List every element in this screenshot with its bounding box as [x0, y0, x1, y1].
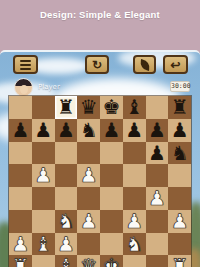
square-e5[interactable]: [100, 164, 123, 187]
square-e2[interactable]: [100, 233, 123, 256]
square-a5[interactable]: [9, 164, 32, 187]
theme-button[interactable]: [133, 55, 156, 74]
square-a3[interactable]: [9, 210, 32, 233]
square-g2[interactable]: [146, 233, 169, 256]
square-f1[interactable]: [123, 255, 146, 267]
piece-white-pawn: ♟: [125, 210, 143, 233]
square-d7[interactable]: ♞: [77, 119, 100, 142]
square-b7[interactable]: ♟: [32, 119, 55, 142]
piece-black-knight: ♞: [80, 119, 98, 142]
piece-black-pawn: ♟: [34, 119, 52, 142]
piece-white-queen: ♛: [80, 255, 98, 267]
menu-button[interactable]: [13, 55, 38, 74]
chess-app-screen: ↻ ↩ Player 30:00 ♜♛♚♝♜♟♟♟♞♟♟♟♟♟♞♟♟♟♞♟♟♟♟…: [0, 50, 200, 267]
square-a4[interactable]: [9, 187, 32, 210]
chess-board: ♜♛♚♝♜♟♟♟♞♟♟♟♟♟♞♟♟♟♞♟♟♟♟♝♟♞♜♝♛♚♜: [9, 96, 191, 267]
square-c1[interactable]: ♝: [55, 255, 78, 267]
square-e4[interactable]: [100, 187, 123, 210]
square-b1[interactable]: [32, 255, 55, 267]
square-g6[interactable]: ♟: [146, 142, 169, 165]
square-h5[interactable]: [168, 164, 191, 187]
refresh-icon: ↻: [92, 59, 102, 71]
piece-black-knight: ♞: [171, 142, 189, 165]
banner-title: Design: Simple & Elegant: [0, 9, 200, 20]
piece-white-rook: ♜: [171, 255, 189, 267]
square-d4[interactable]: [77, 187, 100, 210]
square-e1[interactable]: ♚: [100, 255, 123, 267]
square-g4[interactable]: ♟: [146, 187, 169, 210]
square-h2[interactable]: [168, 233, 191, 256]
piece-white-rook: ♜: [11, 255, 29, 267]
square-b2[interactable]: ♝: [32, 233, 55, 256]
square-h8[interactable]: ♜: [168, 96, 191, 119]
piece-white-knight: ♞: [57, 210, 75, 233]
square-b5[interactable]: ♟: [32, 164, 55, 187]
piece-black-pawn: ♟: [11, 119, 29, 142]
square-a1[interactable]: ♜: [9, 255, 32, 267]
piece-white-bishop: ♝: [57, 255, 75, 267]
square-f8[interactable]: ♝: [123, 96, 146, 119]
undo-arrow-icon: ↩: [170, 59, 180, 71]
marketing-banner: Design: Simple & Elegant: [0, 0, 200, 50]
piece-white-bishop: ♝: [34, 233, 52, 256]
player-name: Player: [38, 83, 60, 91]
square-d3[interactable]: ♟: [77, 210, 100, 233]
square-g1[interactable]: [146, 255, 169, 267]
piece-white-pawn: ♟: [80, 164, 98, 187]
square-g3[interactable]: [146, 210, 169, 233]
square-c3[interactable]: ♞: [55, 210, 78, 233]
square-c6[interactable]: [55, 142, 78, 165]
square-b8[interactable]: [32, 96, 55, 119]
piece-white-pawn: ♟: [148, 187, 166, 210]
square-a7[interactable]: ♟: [9, 119, 32, 142]
square-h6[interactable]: ♞: [168, 142, 191, 165]
piece-black-bishop: ♝: [125, 96, 143, 119]
piece-black-pawn: ♟: [125, 119, 143, 142]
square-d2[interactable]: [77, 233, 100, 256]
square-e3[interactable]: [100, 210, 123, 233]
square-h1[interactable]: ♜: [168, 255, 191, 267]
square-g8[interactable]: [146, 96, 169, 119]
square-a8[interactable]: [9, 96, 32, 119]
piece-white-pawn: ♟: [57, 233, 75, 256]
square-e7[interactable]: ♟: [100, 119, 123, 142]
game-clock: 30:00: [170, 81, 190, 92]
square-c2[interactable]: ♟: [55, 233, 78, 256]
square-c8[interactable]: ♜: [55, 96, 78, 119]
leaf-icon: [139, 59, 151, 71]
square-f7[interactable]: ♟: [123, 119, 146, 142]
piece-white-pawn: ♟: [80, 210, 98, 233]
square-h3[interactable]: ♟: [168, 210, 191, 233]
square-h7[interactable]: ♟: [168, 119, 191, 142]
square-f6[interactable]: [123, 142, 146, 165]
piece-white-king: ♚: [102, 255, 120, 267]
piece-black-king: ♚: [102, 96, 120, 119]
square-f3[interactable]: ♟: [123, 210, 146, 233]
square-d5[interactable]: ♟: [77, 164, 100, 187]
piece-black-pawn: ♟: [148, 142, 166, 165]
app-store-screenshot: Design: Simple & Elegant ↻ ↩ Player 30:0…: [0, 0, 200, 267]
piece-black-pawn: ♟: [102, 119, 120, 142]
square-b3[interactable]: [32, 210, 55, 233]
square-c5[interactable]: [55, 164, 78, 187]
undo-button[interactable]: ↩: [163, 55, 188, 74]
square-e6[interactable]: [100, 142, 123, 165]
square-g7[interactable]: ♟: [146, 119, 169, 142]
square-f5[interactable]: [123, 164, 146, 187]
square-f2[interactable]: ♞: [123, 233, 146, 256]
square-a6[interactable]: [9, 142, 32, 165]
square-a2[interactable]: ♟: [9, 233, 32, 256]
player-avatar[interactable]: [14, 78, 33, 97]
square-b6[interactable]: [32, 142, 55, 165]
square-h4[interactable]: [168, 187, 191, 210]
piece-black-pawn: ♟: [171, 119, 189, 142]
piece-white-pawn: ♟: [171, 210, 189, 233]
square-c4[interactable]: [55, 187, 78, 210]
piece-black-queen: ♛: [80, 96, 98, 119]
square-d8[interactable]: ♛: [77, 96, 100, 119]
piece-white-pawn: ♟: [34, 164, 52, 187]
square-e8[interactable]: ♚: [100, 96, 123, 119]
piece-black-pawn: ♟: [57, 119, 75, 142]
piece-white-knight: ♞: [125, 233, 143, 256]
square-d6[interactable]: [77, 142, 100, 165]
square-f4[interactable]: [123, 187, 146, 210]
piece-white-pawn: ♟: [11, 233, 29, 256]
hamburger-icon: [20, 64, 31, 66]
piece-black-rook: ♜: [171, 96, 189, 119]
square-c7[interactable]: ♟: [55, 119, 78, 142]
new-game-button[interactable]: ↻: [85, 55, 109, 74]
square-d1[interactable]: ♛: [77, 255, 100, 267]
piece-black-rook: ♜: [57, 96, 75, 119]
square-b4[interactable]: [32, 187, 55, 210]
avatar-face: [20, 85, 28, 94]
square-g5[interactable]: [146, 164, 169, 187]
piece-black-pawn: ♟: [148, 119, 166, 142]
